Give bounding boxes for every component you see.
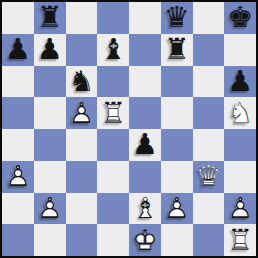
black-queen-icon: ♛	[164, 3, 190, 32]
square-g6[interactable]	[193, 66, 225, 98]
square-f6[interactable]	[161, 66, 193, 98]
square-h3[interactable]	[224, 161, 256, 193]
square-a3[interactable]: ♟♙	[2, 161, 34, 193]
square-d5[interactable]: ♜♖	[97, 97, 129, 129]
black-knight-icon: ♞	[68, 67, 94, 96]
square-d7[interactable]: ♝	[97, 34, 129, 66]
black-rook-icon: ♜	[37, 3, 63, 32]
square-c4[interactable]	[66, 129, 98, 161]
square-d1[interactable]	[97, 224, 129, 256]
piece-white-queen-g3[interactable]: ♛♕	[193, 161, 225, 193]
square-d2[interactable]	[97, 193, 129, 225]
square-c7[interactable]	[66, 34, 98, 66]
square-g3[interactable]: ♛♕	[193, 161, 225, 193]
piece-white-knight-h5[interactable]: ♞♘	[224, 97, 256, 129]
square-h4[interactable]	[224, 129, 256, 161]
square-e4[interactable]: ♟	[129, 129, 161, 161]
square-d3[interactable]	[97, 161, 129, 193]
black-pawn-icon: ♟	[5, 35, 31, 64]
white-knight-outline-icon: ♘	[224, 97, 256, 129]
piece-black-king-h8[interactable]: ♚	[224, 2, 256, 34]
black-bishop-icon: ♝	[100, 35, 126, 64]
piece-white-pawn-f2[interactable]: ♟♙	[161, 193, 193, 225]
square-g8[interactable]	[193, 2, 225, 34]
black-king-icon: ♚	[227, 3, 253, 32]
white-queen-outline-icon: ♕	[193, 161, 225, 193]
white-pawn-outline-icon: ♙	[161, 193, 193, 225]
square-e1[interactable]: ♚♔	[129, 224, 161, 256]
piece-black-bishop-d7[interactable]: ♝	[97, 34, 129, 66]
white-king-outline-icon: ♔	[129, 224, 161, 256]
square-c2[interactable]	[66, 193, 98, 225]
square-c5[interactable]: ♟♙	[66, 97, 98, 129]
square-f1[interactable]	[161, 224, 193, 256]
white-pawn-outline-icon: ♙	[34, 193, 66, 225]
square-b6[interactable]	[34, 66, 66, 98]
square-b4[interactable]	[34, 129, 66, 161]
square-g1[interactable]	[193, 224, 225, 256]
square-a5[interactable]	[2, 97, 34, 129]
square-f3[interactable]	[161, 161, 193, 193]
white-pawn-outline-icon: ♙	[224, 193, 256, 225]
square-d4[interactable]	[97, 129, 129, 161]
square-g4[interactable]	[193, 129, 225, 161]
white-pawn-outline-icon: ♙	[66, 97, 98, 129]
white-rook-outline-icon: ♖	[224, 224, 256, 256]
square-f8[interactable]: ♛	[161, 2, 193, 34]
square-b3[interactable]	[34, 161, 66, 193]
square-f4[interactable]	[161, 129, 193, 161]
square-e2[interactable]: ♝♗	[129, 193, 161, 225]
black-pawn-icon: ♟	[37, 35, 63, 64]
square-c8[interactable]	[66, 2, 98, 34]
square-f7[interactable]: ♜	[161, 34, 193, 66]
square-a6[interactable]	[2, 66, 34, 98]
square-e3[interactable]	[129, 161, 161, 193]
square-g7[interactable]	[193, 34, 225, 66]
square-a8[interactable]	[2, 2, 34, 34]
square-f5[interactable]	[161, 97, 193, 129]
square-a1[interactable]	[2, 224, 34, 256]
piece-white-rook-d5[interactable]: ♜♖	[97, 97, 129, 129]
square-h6[interactable]: ♟	[224, 66, 256, 98]
square-a4[interactable]	[2, 129, 34, 161]
square-g5[interactable]	[193, 97, 225, 129]
square-h1[interactable]: ♜♖	[224, 224, 256, 256]
square-d6[interactable]	[97, 66, 129, 98]
square-b1[interactable]	[34, 224, 66, 256]
black-pawn-icon: ♟	[132, 130, 158, 159]
square-a2[interactable]	[2, 193, 34, 225]
piece-white-pawn-c5[interactable]: ♟♙	[66, 97, 98, 129]
piece-black-pawn-a7[interactable]: ♟	[2, 34, 34, 66]
white-rook-outline-icon: ♖	[97, 97, 129, 129]
square-h8[interactable]: ♚	[224, 2, 256, 34]
black-pawn-icon: ♟	[227, 67, 253, 96]
piece-white-rook-h1[interactable]: ♜♖	[224, 224, 256, 256]
square-b2[interactable]: ♟♙	[34, 193, 66, 225]
square-h5[interactable]: ♞♘	[224, 97, 256, 129]
piece-black-knight-c6[interactable]: ♞	[66, 66, 98, 98]
square-e6[interactable]	[129, 66, 161, 98]
square-a7[interactable]: ♟	[2, 34, 34, 66]
square-e8[interactable]	[129, 2, 161, 34]
square-b7[interactable]: ♟	[34, 34, 66, 66]
piece-white-pawn-h2[interactable]: ♟♙	[224, 193, 256, 225]
piece-black-pawn-b7[interactable]: ♟	[34, 34, 66, 66]
piece-black-pawn-e4[interactable]: ♟	[129, 129, 161, 161]
square-e7[interactable]	[129, 34, 161, 66]
square-e5[interactable]	[129, 97, 161, 129]
square-c3[interactable]	[66, 161, 98, 193]
square-h2[interactable]: ♟♙	[224, 193, 256, 225]
square-f2[interactable]: ♟♙	[161, 193, 193, 225]
piece-black-rook-b8[interactable]: ♜	[34, 2, 66, 34]
piece-black-rook-f7[interactable]: ♜	[161, 34, 193, 66]
square-g2[interactable]	[193, 193, 225, 225]
piece-white-pawn-b2[interactable]: ♟♙	[34, 193, 66, 225]
chess-board: ♜♛♚♟♟♝♜♞♟♟♙♜♖♞♘♟♟♙♛♕♟♙♝♗♟♙♟♙♚♔♜♖	[0, 0, 258, 258]
square-h7[interactable]	[224, 34, 256, 66]
piece-white-bishop-e2[interactable]: ♝♗	[129, 193, 161, 225]
piece-black-pawn-h6[interactable]: ♟	[224, 66, 256, 98]
square-b5[interactable]	[34, 97, 66, 129]
square-c6[interactable]: ♞	[66, 66, 98, 98]
white-bishop-outline-icon: ♗	[129, 193, 161, 225]
square-b8[interactable]: ♜	[34, 2, 66, 34]
piece-white-pawn-a3[interactable]: ♟♙	[2, 161, 34, 193]
square-c1[interactable]	[66, 224, 98, 256]
black-rook-icon: ♜	[164, 35, 190, 64]
piece-black-queen-f8[interactable]: ♛	[161, 2, 193, 34]
piece-white-king-e1[interactable]: ♚♔	[129, 224, 161, 256]
white-pawn-outline-icon: ♙	[2, 161, 34, 193]
square-d8[interactable]	[97, 2, 129, 34]
